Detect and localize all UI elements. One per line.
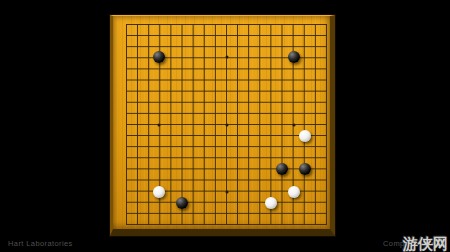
watermark-text: 游侠网 bbox=[403, 236, 448, 251]
black-stone bbox=[153, 51, 165, 63]
white-stone bbox=[153, 186, 165, 198]
board-grid[interactable] bbox=[126, 24, 327, 225]
star-point bbox=[225, 56, 228, 59]
white-stone bbox=[265, 197, 277, 209]
star-point bbox=[225, 123, 228, 126]
game-screen: Hart Laboratories Computer: Hard 游侠网 bbox=[0, 0, 450, 252]
star-point bbox=[225, 190, 228, 193]
black-stone bbox=[276, 163, 288, 175]
black-stone bbox=[288, 51, 300, 63]
developer-credit: Hart Laboratories bbox=[8, 239, 73, 248]
black-stone bbox=[299, 163, 311, 175]
star-point bbox=[292, 123, 295, 126]
white-stone bbox=[288, 186, 300, 198]
star-point bbox=[158, 123, 161, 126]
go-board[interactable] bbox=[110, 15, 335, 236]
white-stone bbox=[299, 130, 311, 142]
black-stone bbox=[176, 197, 188, 209]
